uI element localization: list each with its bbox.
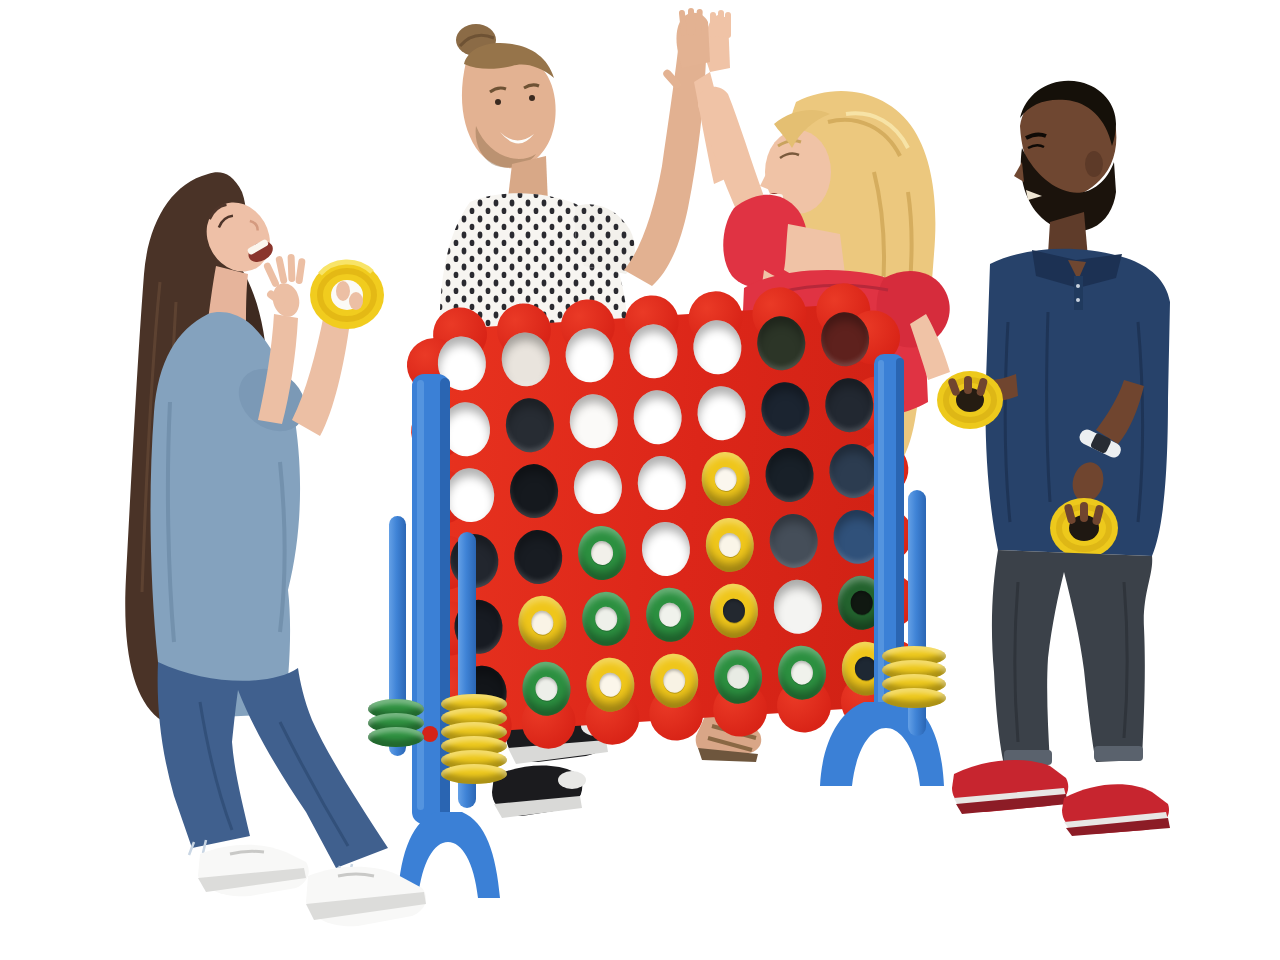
disc-center-hole [790,660,813,685]
disc-center-hole [726,664,749,689]
woman-left-jeans [158,662,388,879]
cell-r6c2[interactable] [512,654,580,724]
yellow-disc [700,451,751,508]
man-right-head [1014,81,1116,232]
cell-r2c5[interactable] [688,378,756,448]
stacked-ring [441,764,507,784]
cell-r4c4[interactable] [632,514,700,584]
empty-hole [696,385,747,442]
empty-hole [564,327,615,384]
green-disc [712,648,763,705]
cell-r6c5[interactable] [704,642,772,712]
empty-hole [764,447,815,504]
empty-hole [508,463,559,520]
empty-hole [568,393,619,450]
disc-center-hole [594,606,617,631]
cell-r6c3[interactable] [576,650,644,720]
empty-hole [628,323,679,380]
held-ring-left[interactable] [937,371,1003,429]
cell-r1c5[interactable] [683,312,751,382]
yellow-ring-stack-left[interactable] [441,694,507,784]
green-disc [581,590,632,647]
cell-r6c4[interactable] [640,646,708,716]
empty-hole [632,389,683,446]
green-disc [521,660,572,717]
man-right [928,62,1193,847]
disc-center-hole [722,598,745,623]
cell-r5c2[interactable] [508,588,576,658]
woman-left-forearm-right [292,314,350,436]
cell-r5c3[interactable] [572,584,640,654]
disc-center-hole [714,466,737,491]
man-right-jeans [992,550,1152,765]
cell-r2c4[interactable] [624,382,692,452]
cell-r3c5[interactable] [692,444,760,514]
disc-center-hole [531,610,554,635]
cell-r5c4[interactable] [636,580,704,650]
disc-center-hole [599,672,622,697]
woman-left-shirt [151,312,318,718]
cell-r2c6[interactable] [751,374,819,444]
cell-r3c4[interactable] [628,448,696,518]
disc-center-hole [663,668,686,693]
cell-r4c5[interactable] [696,510,764,580]
disc-center-hole [590,540,613,565]
disc-center-hole [658,602,681,627]
green-disc [576,525,627,582]
disc-center-hole [718,532,741,557]
cell-r2c3[interactable] [560,386,628,456]
empty-hole [572,459,623,516]
cell-r1c6[interactable] [747,308,815,378]
empty-hole [640,520,691,577]
yellow-disc [704,516,755,573]
held-yellow-ring[interactable] [310,261,384,329]
cell-r1c4[interactable] [620,316,688,386]
man-center-head [462,43,556,168]
cell-r4c2[interactable] [504,522,572,592]
empty-hole [756,315,807,372]
yellow-disc [517,594,568,651]
empty-hole [513,529,564,586]
cell-r3c3[interactable] [564,452,632,522]
scene [0,0,1280,960]
cell-r4c3[interactable] [568,518,636,588]
cell-r1c3[interactable] [556,320,624,390]
empty-hole [760,381,811,438]
woman-left-open-hand [263,254,306,320]
yellow-disc [649,652,700,709]
empty-hole [636,455,687,512]
yellow-disc [585,656,636,713]
woman-left-sneakers [198,845,426,927]
disc-center-hole [535,676,558,701]
yellow-disc [708,582,759,639]
man-right-sneakers [952,760,1170,836]
held-ring-right[interactable] [1050,498,1118,558]
empty-hole [692,319,743,376]
cell-r5c5[interactable] [700,576,768,646]
green-disc [644,586,695,643]
woman-left [100,162,435,952]
